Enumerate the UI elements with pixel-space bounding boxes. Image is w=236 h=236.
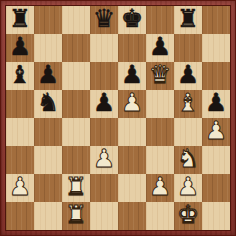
square-d1[interactable]	[90, 202, 118, 230]
square-b6[interactable]: ♟	[34, 62, 62, 90]
square-g7[interactable]	[174, 34, 202, 62]
square-a5[interactable]	[6, 90, 34, 118]
square-d5[interactable]: ♟	[90, 90, 118, 118]
piece-white-rook[interactable]: ♜	[65, 173, 87, 201]
square-h7[interactable]	[202, 34, 230, 62]
board-frame: ♜♛♚♜♟♟♝♟♟♛♟♞♟♟♝♟♟♟♞♟♜♟♟♜♚	[0, 0, 236, 236]
square-c6[interactable]	[62, 62, 90, 90]
square-h2[interactable]	[202, 174, 230, 202]
piece-white-pawn[interactable]: ♟	[177, 173, 199, 201]
square-f5[interactable]	[146, 90, 174, 118]
piece-white-pawn[interactable]: ♟	[149, 173, 171, 201]
piece-white-queen[interactable]: ♛	[149, 61, 171, 89]
piece-black-pawn[interactable]: ♟	[205, 89, 227, 117]
square-f2[interactable]: ♟	[146, 174, 174, 202]
piece-black-pawn[interactable]: ♟	[9, 33, 31, 61]
square-g3[interactable]: ♞	[174, 146, 202, 174]
piece-white-pawn[interactable]: ♟	[93, 145, 115, 173]
square-g1[interactable]: ♚	[174, 202, 202, 230]
square-a3[interactable]	[6, 146, 34, 174]
square-a4[interactable]	[6, 118, 34, 146]
chess-board[interactable]: ♜♛♚♜♟♟♝♟♟♛♟♞♟♟♝♟♟♟♞♟♜♟♟♜♚	[6, 6, 230, 230]
square-g5[interactable]: ♝	[174, 90, 202, 118]
square-e2[interactable]	[118, 174, 146, 202]
piece-black-king[interactable]: ♚	[121, 5, 143, 33]
square-g4[interactable]	[174, 118, 202, 146]
square-d6[interactable]	[90, 62, 118, 90]
piece-white-bishop[interactable]: ♝	[177, 89, 199, 117]
square-f6[interactable]: ♛	[146, 62, 174, 90]
piece-black-pawn[interactable]: ♟	[121, 61, 143, 89]
piece-white-king[interactable]: ♚	[177, 201, 199, 229]
square-e3[interactable]	[118, 146, 146, 174]
piece-white-pawn[interactable]: ♟	[121, 89, 143, 117]
piece-white-pawn[interactable]: ♟	[205, 117, 227, 145]
square-c5[interactable]	[62, 90, 90, 118]
square-b4[interactable]	[34, 118, 62, 146]
square-c1[interactable]: ♜	[62, 202, 90, 230]
square-d4[interactable]	[90, 118, 118, 146]
square-h6[interactable]	[202, 62, 230, 90]
square-a2[interactable]: ♟	[6, 174, 34, 202]
square-d8[interactable]: ♛	[90, 6, 118, 34]
square-d3[interactable]: ♟	[90, 146, 118, 174]
square-b7[interactable]	[34, 34, 62, 62]
square-b8[interactable]	[34, 6, 62, 34]
piece-black-rook[interactable]: ♜	[177, 5, 199, 33]
square-g6[interactable]: ♟	[174, 62, 202, 90]
square-h1[interactable]	[202, 202, 230, 230]
square-a1[interactable]	[6, 202, 34, 230]
square-f1[interactable]	[146, 202, 174, 230]
piece-black-pawn[interactable]: ♟	[37, 61, 59, 89]
square-h5[interactable]: ♟	[202, 90, 230, 118]
square-e7[interactable]	[118, 34, 146, 62]
square-b2[interactable]	[34, 174, 62, 202]
square-b3[interactable]	[34, 146, 62, 174]
piece-white-rook[interactable]: ♜	[65, 201, 87, 229]
piece-white-pawn[interactable]: ♟	[9, 173, 31, 201]
square-h4[interactable]: ♟	[202, 118, 230, 146]
piece-black-queen[interactable]: ♛	[93, 5, 115, 33]
square-f7[interactable]: ♟	[146, 34, 174, 62]
square-c2[interactable]: ♜	[62, 174, 90, 202]
square-e4[interactable]	[118, 118, 146, 146]
square-h3[interactable]	[202, 146, 230, 174]
square-f3[interactable]	[146, 146, 174, 174]
square-e5[interactable]: ♟	[118, 90, 146, 118]
square-a7[interactable]: ♟	[6, 34, 34, 62]
square-e6[interactable]: ♟	[118, 62, 146, 90]
chess-app: ♜♛♚♜♟♟♝♟♟♛♟♞♟♟♝♟♟♟♞♟♜♟♟♜♚	[0, 0, 236, 236]
square-g2[interactable]: ♟	[174, 174, 202, 202]
piece-black-knight[interactable]: ♞	[37, 89, 59, 117]
piece-black-rook[interactable]: ♜	[9, 5, 31, 33]
square-e1[interactable]	[118, 202, 146, 230]
square-b5[interactable]: ♞	[34, 90, 62, 118]
piece-black-pawn[interactable]: ♟	[177, 61, 199, 89]
piece-black-bishop[interactable]: ♝	[9, 61, 31, 89]
piece-white-knight[interactable]: ♞	[177, 145, 199, 173]
square-c3[interactable]	[62, 146, 90, 174]
square-d2[interactable]	[90, 174, 118, 202]
square-b1[interactable]	[34, 202, 62, 230]
square-h8[interactable]	[202, 6, 230, 34]
piece-black-pawn[interactable]: ♟	[149, 33, 171, 61]
square-c8[interactable]	[62, 6, 90, 34]
piece-black-pawn[interactable]: ♟	[93, 89, 115, 117]
square-a6[interactable]: ♝	[6, 62, 34, 90]
square-g8[interactable]: ♜	[174, 6, 202, 34]
square-e8[interactable]: ♚	[118, 6, 146, 34]
square-d7[interactable]	[90, 34, 118, 62]
square-f8[interactable]	[146, 6, 174, 34]
square-a8[interactable]: ♜	[6, 6, 34, 34]
square-c7[interactable]	[62, 34, 90, 62]
square-c4[interactable]	[62, 118, 90, 146]
square-f4[interactable]	[146, 118, 174, 146]
